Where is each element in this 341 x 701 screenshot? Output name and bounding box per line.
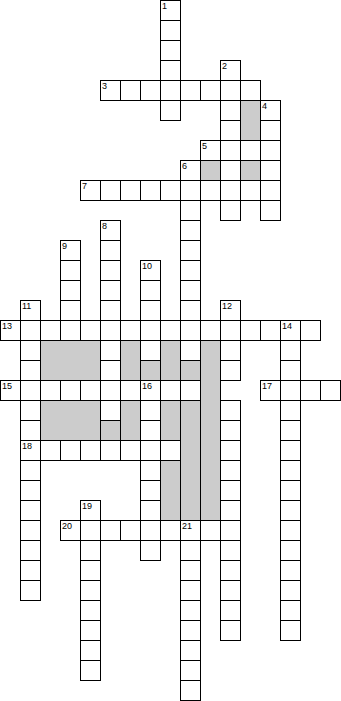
cell-r17-c1[interactable]: [20, 340, 41, 361]
cell-r16-c7[interactable]: [140, 320, 161, 341]
cell-r9-c9[interactable]: [180, 180, 201, 201]
cell-r27-c7[interactable]: [140, 540, 161, 561]
cell-r2-c8[interactable]: [160, 40, 181, 61]
cell-r25-c7[interactable]: [140, 500, 161, 521]
cell-r16-c6[interactable]: [120, 320, 141, 341]
cell-r30-c4[interactable]: [80, 600, 101, 621]
cell-r28-c14[interactable]: [280, 560, 301, 581]
cell-r17-c5[interactable]: [100, 340, 121, 361]
cell-r20-c5[interactable]: [100, 400, 121, 421]
cell-r17-c14[interactable]: [280, 340, 301, 361]
cell-r28-c11[interactable]: [220, 560, 241, 581]
shaded-block: [40, 340, 101, 381]
cell-r19-c1[interactable]: [20, 380, 41, 401]
cell-r20-c14[interactable]: [280, 400, 301, 421]
cell-r7-c13[interactable]: [260, 140, 281, 161]
cell-r22-c6[interactable]: [120, 440, 141, 461]
cell-r25-c14[interactable]: [280, 500, 301, 521]
shaded-block: [120, 400, 141, 441]
cell-r21-c7[interactable]: [140, 420, 161, 441]
cell-r31-c11[interactable]: [220, 620, 241, 641]
cell-r28-c1[interactable]: [20, 560, 41, 581]
cell-r14-c7[interactable]: [140, 280, 161, 301]
cell-r16-c4[interactable]: [80, 320, 101, 341]
cell-r29-c1[interactable]: [20, 580, 41, 601]
cell-r4-c8[interactable]: [160, 80, 181, 101]
cell-r31-c14[interactable]: [280, 620, 301, 641]
cell-r9-c5[interactable]: [100, 180, 121, 201]
cell-r16-c10[interactable]: [200, 320, 221, 341]
cell-r30-c14[interactable]: [280, 600, 301, 621]
clue-number-11: 11: [22, 302, 31, 311]
cell-r26-c8[interactable]: [160, 520, 181, 541]
cell-r19-c15[interactable]: [300, 380, 321, 401]
cell-r6-c11[interactable]: [220, 120, 241, 141]
cell-r19-c4[interactable]: [80, 380, 101, 401]
cell-r3-c8[interactable]: [160, 60, 181, 81]
cell-r28-c4[interactable]: [80, 560, 101, 581]
cell-r16-c12[interactable]: [240, 320, 261, 341]
shaded-block: [240, 160, 261, 181]
cell-r4-c7[interactable]: [140, 80, 161, 101]
cell-r13-c3[interactable]: [60, 260, 81, 281]
cell-r24-c14[interactable]: [280, 480, 301, 501]
cell-r28-c9[interactable]: [180, 560, 201, 581]
cell-r7-c11[interactable]: [220, 140, 241, 161]
cell-r5-c8[interactable]: [160, 100, 181, 121]
cell-r29-c11[interactable]: [220, 580, 241, 601]
shaded-block: [200, 160, 221, 181]
clue-number-9: 9: [62, 242, 67, 251]
cell-r4-c10[interactable]: [200, 80, 221, 101]
cell-r10-c13[interactable]: [260, 200, 281, 221]
cell-r16-c15[interactable]: [300, 320, 321, 341]
cell-r22-c2[interactable]: [40, 440, 61, 461]
cell-r17-c7[interactable]: [140, 340, 161, 361]
cell-r4-c11[interactable]: [220, 80, 241, 101]
cell-r18-c11[interactable]: [220, 360, 241, 381]
clue-number-7: 7: [82, 182, 87, 191]
cell-r4-c6[interactable]: [120, 80, 141, 101]
cell-r10-c9[interactable]: [180, 200, 201, 221]
cell-r22-c8[interactable]: [160, 440, 181, 461]
cell-r27-c1[interactable]: [20, 540, 41, 561]
cell-r16-c5[interactable]: [100, 320, 121, 341]
cell-r22-c4[interactable]: [80, 440, 101, 461]
cell-r22-c7[interactable]: [140, 440, 161, 461]
cell-r19-c8[interactable]: [160, 380, 181, 401]
cell-r14-c9[interactable]: [180, 280, 201, 301]
cell-r33-c4[interactable]: [80, 660, 101, 681]
cell-r19-c9[interactable]: [180, 380, 201, 401]
shaded-block: [160, 460, 181, 521]
shaded-block: [100, 420, 121, 441]
cell-r5-c11[interactable]: [220, 100, 241, 121]
cell-r1-c8[interactable]: [160, 20, 181, 41]
cell-r21-c14[interactable]: [280, 420, 301, 441]
cell-r19-c5[interactable]: [100, 380, 121, 401]
shaded-block: [160, 400, 181, 441]
cell-r8-c11[interactable]: [220, 160, 241, 181]
cell-r29-c9[interactable]: [180, 580, 201, 601]
clue-number-5: 5: [202, 142, 207, 151]
clue-number-3: 3: [102, 82, 107, 91]
shaded-block: [120, 340, 141, 381]
cell-r16-c1[interactable]: [20, 320, 41, 341]
clue-number-12: 12: [222, 302, 232, 311]
clue-number-14: 14: [282, 322, 292, 331]
shaded-block: [200, 340, 221, 521]
cell-r12-c9[interactable]: [180, 240, 201, 261]
cell-r19-c2[interactable]: [40, 380, 61, 401]
cell-r9-c12[interactable]: [240, 180, 261, 201]
cell-r19-c6[interactable]: [120, 380, 141, 401]
cell-r13-c5[interactable]: [100, 260, 121, 281]
cell-r18-c1[interactable]: [20, 360, 41, 381]
cell-r7-c12[interactable]: [240, 140, 261, 161]
cell-r27-c11[interactable]: [220, 540, 241, 561]
cell-r25-c1[interactable]: [20, 500, 41, 521]
cell-r4-c9[interactable]: [180, 80, 201, 101]
shaded-block: [180, 400, 201, 521]
cell-r22-c3[interactable]: [60, 440, 81, 461]
clue-number-17: 17: [262, 382, 272, 391]
cell-r20-c7[interactable]: [140, 400, 161, 421]
cell-r29-c14[interactable]: [280, 580, 301, 601]
cell-r16-c13[interactable]: [260, 320, 281, 341]
clue-number-19: 19: [82, 502, 92, 511]
cell-r18-c5[interactable]: [100, 360, 121, 381]
cell-r13-c9[interactable]: [180, 260, 201, 281]
clue-number-10: 10: [142, 262, 152, 271]
cell-r32-c9[interactable]: [180, 640, 201, 661]
clue-number-4: 4: [262, 102, 267, 111]
clue-number-2: 2: [222, 62, 227, 71]
cell-r16-c3[interactable]: [60, 320, 81, 341]
cell-r33-c9[interactable]: [180, 660, 201, 681]
cell-r25-c11[interactable]: [220, 500, 241, 521]
cell-r11-c9[interactable]: [180, 220, 201, 241]
cell-r21-c1[interactable]: [20, 420, 41, 441]
cell-r16-c8[interactable]: [160, 320, 181, 341]
cell-r9-c8[interactable]: [160, 180, 181, 201]
cell-r20-c1[interactable]: [20, 400, 41, 421]
cell-r30-c11[interactable]: [220, 600, 241, 621]
clue-number-6: 6: [182, 162, 187, 171]
cell-r12-c5[interactable]: [100, 240, 121, 261]
cell-r23-c14[interactable]: [280, 460, 301, 481]
crossword-board: 123456789101112131415161718192021: [0, 0, 341, 701]
cell-r14-c3[interactable]: [60, 280, 81, 301]
cell-r26-c10[interactable]: [200, 520, 221, 541]
cell-r24-c11[interactable]: [220, 480, 241, 501]
cell-r14-c5[interactable]: [100, 280, 121, 301]
cell-r23-c11[interactable]: [220, 460, 241, 481]
cell-r27-c9[interactable]: [180, 540, 201, 561]
cell-r19-c16[interactable]: [320, 380, 341, 401]
cell-r15-c3[interactable]: [60, 300, 81, 321]
cell-r26-c7[interactable]: [140, 520, 161, 541]
cell-r27-c4[interactable]: [80, 540, 101, 561]
cell-r26-c1[interactable]: [20, 520, 41, 541]
cell-r9-c13[interactable]: [260, 180, 281, 201]
cell-r9-c10[interactable]: [200, 180, 221, 201]
cell-r30-c9[interactable]: [180, 600, 201, 621]
shaded-block: [140, 360, 161, 381]
cell-r24-c7[interactable]: [140, 480, 161, 501]
clue-number-16: 16: [142, 382, 152, 391]
cell-r27-c14[interactable]: [280, 540, 301, 561]
cell-r9-c6[interactable]: [120, 180, 141, 201]
cell-r20-c11[interactable]: [220, 400, 241, 421]
cell-r23-c7[interactable]: [140, 460, 161, 481]
cell-r9-c11[interactable]: [220, 180, 241, 201]
cell-r26-c5[interactable]: [100, 520, 121, 541]
cell-r24-c1[interactable]: [20, 480, 41, 501]
shaded-block: [180, 360, 201, 381]
clue-number-1: 1: [162, 2, 167, 11]
cell-r26-c4[interactable]: [80, 520, 101, 541]
cell-r16-c2[interactable]: [40, 320, 61, 341]
cell-r32-c4[interactable]: [80, 640, 101, 661]
cell-r16-c9[interactable]: [180, 320, 201, 341]
cell-r22-c11[interactable]: [220, 440, 241, 461]
cell-r31-c9[interactable]: [180, 620, 201, 641]
cell-r19-c14[interactable]: [280, 380, 301, 401]
cell-r17-c11[interactable]: [220, 340, 241, 361]
clue-number-13: 13: [2, 322, 12, 331]
cell-r29-c4[interactable]: [80, 580, 101, 601]
cell-r26-c14[interactable]: [280, 520, 301, 541]
cell-r9-c7[interactable]: [140, 180, 161, 201]
cell-r16-c11[interactable]: [220, 320, 241, 341]
clue-number-21: 21: [182, 522, 192, 531]
cell-r8-c13[interactable]: [260, 160, 281, 181]
cell-r15-c5[interactable]: [100, 300, 121, 321]
cell-r22-c5[interactable]: [100, 440, 121, 461]
cell-r34-c9[interactable]: [180, 680, 201, 701]
clue-number-15: 15: [2, 382, 12, 391]
cell-r19-c3[interactable]: [60, 380, 81, 401]
cell-r22-c14[interactable]: [280, 440, 301, 461]
shaded-block: [40, 400, 101, 441]
cell-r26-c6[interactable]: [120, 520, 141, 541]
cell-r31-c4[interactable]: [80, 620, 101, 641]
cell-r4-c12[interactable]: [240, 80, 261, 101]
cell-r10-c11[interactable]: [220, 200, 241, 221]
clue-number-8: 8: [102, 222, 107, 231]
clue-number-20: 20: [62, 522, 72, 531]
clue-number-18: 18: [22, 442, 32, 451]
cell-r17-c9[interactable]: [180, 340, 201, 361]
shaded-block: [160, 340, 181, 381]
cell-r18-c14[interactable]: [280, 360, 301, 381]
cell-r26-c11[interactable]: [220, 520, 241, 541]
cell-r6-c13[interactable]: [260, 120, 281, 141]
shaded-block: [240, 100, 261, 141]
cell-r21-c11[interactable]: [220, 420, 241, 441]
cell-r15-c9[interactable]: [180, 300, 201, 321]
cell-r15-c7[interactable]: [140, 300, 161, 321]
cell-r23-c1[interactable]: [20, 460, 41, 481]
